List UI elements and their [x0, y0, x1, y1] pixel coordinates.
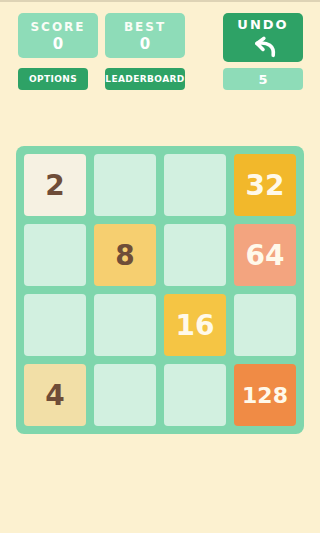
empty-cell — [94, 364, 156, 426]
best-value: 0 — [140, 35, 150, 53]
tile-2: 2 — [24, 154, 86, 216]
leaderboard-button[interactable]: LEADERBOARD — [105, 68, 185, 90]
undo-count-badge: 5 — [223, 68, 303, 90]
screen-top-edge — [0, 0, 320, 2]
best-panel: BEST 0 — [105, 13, 185, 58]
tile-4: 4 — [24, 364, 86, 426]
empty-cell — [164, 224, 226, 286]
score-panel: SCORE 0 — [18, 13, 98, 58]
score-value: 0 — [53, 35, 63, 53]
undo-arrow-icon — [246, 34, 280, 58]
tile-32: 32 — [234, 154, 296, 216]
options-button[interactable]: OPTIONS — [18, 68, 88, 90]
empty-cell — [94, 294, 156, 356]
tile-8: 8 — [94, 224, 156, 286]
empty-cell — [164, 154, 226, 216]
empty-cell — [234, 294, 296, 356]
app-screen: SCORE 0 BEST 0 UNDO OPTIONS LEADERBOARD … — [0, 0, 320, 533]
score-label: SCORE — [30, 19, 85, 35]
empty-cell — [24, 224, 86, 286]
best-label: BEST — [124, 19, 166, 35]
tile-128: 128 — [234, 364, 296, 426]
empty-cell — [164, 364, 226, 426]
tile-64: 64 — [234, 224, 296, 286]
empty-cell — [24, 294, 86, 356]
empty-cell — [94, 154, 156, 216]
tile-16: 16 — [164, 294, 226, 356]
undo-button[interactable]: UNDO — [223, 13, 303, 62]
undo-button-label: UNDO — [237, 17, 288, 33]
game-board[interactable]: 232864164128 — [16, 146, 304, 434]
